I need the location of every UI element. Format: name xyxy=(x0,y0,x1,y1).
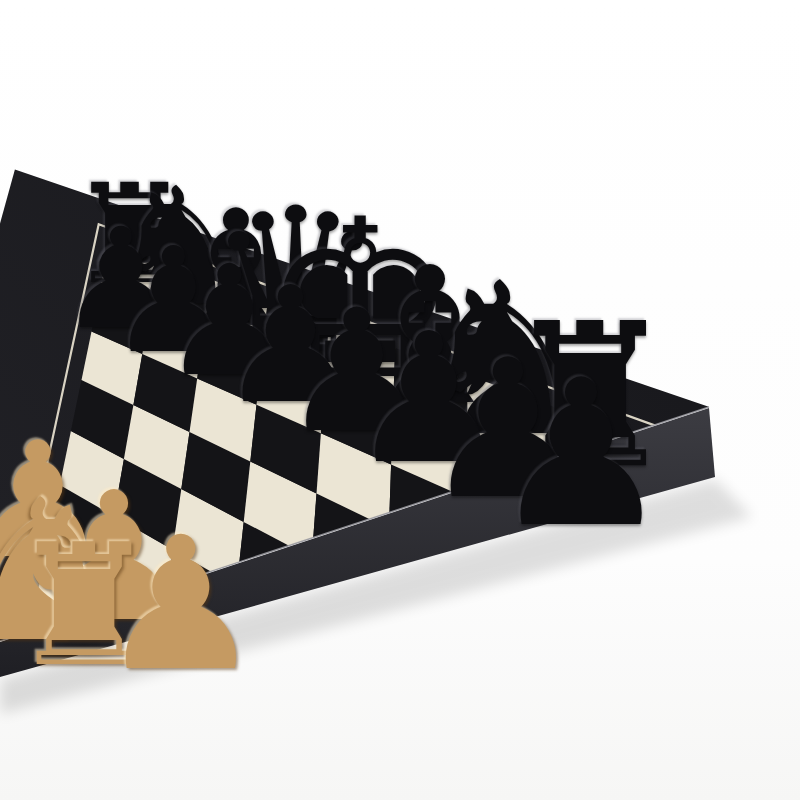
square-e3[interactable] xyxy=(302,626,384,749)
square-f4[interactable] xyxy=(384,597,469,719)
black-pawn-h7[interactable]: ♟ xyxy=(480,353,682,555)
square-h4[interactable] xyxy=(560,688,670,800)
square-f2[interactable] xyxy=(378,750,470,800)
photo-stage: ♜♞♝♛♚♝♞♜♟♟♟♟♟♟♟♟♜♞♟♟♟ xyxy=(0,0,800,800)
square-g4[interactable] xyxy=(469,640,564,773)
square-f3[interactable] xyxy=(381,671,469,800)
square-e2[interactable] xyxy=(296,700,382,800)
white-pawn-b2[interactable]: ♟ xyxy=(89,512,273,696)
square-h5[interactable] xyxy=(556,609,661,741)
square-d1[interactable] xyxy=(213,729,296,800)
square-h3[interactable] xyxy=(564,773,679,800)
square-g3[interactable] xyxy=(469,719,568,800)
square-e1[interactable] xyxy=(290,779,379,800)
